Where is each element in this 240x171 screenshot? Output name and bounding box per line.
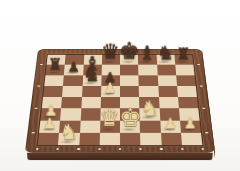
sensor-dot (38, 86, 41, 87)
square-g6 (157, 76, 177, 87)
scene: ♛♚♝♞♜♜♟♝♞♟♟♟♞♟♛♚♟♟♞ (0, 0, 240, 171)
sensor-dot (139, 149, 142, 151)
white-king-e2: ♚ (116, 105, 143, 130)
white-pawn-d5: ♟ (97, 81, 123, 95)
square-f1 (140, 133, 161, 146)
square-g7 (157, 65, 176, 75)
sensor-dot (77, 149, 80, 151)
board-frame-right (202, 50, 215, 158)
board-frame-front (27, 153, 213, 161)
sensor-dot (160, 149, 163, 151)
square-e1 (120, 133, 141, 146)
sensor-dot (203, 108, 206, 109)
black-rook-h8: ♜ (172, 47, 197, 63)
square-f7 (138, 65, 157, 75)
white-knight-b1: ♞ (55, 122, 83, 143)
sensor-dot (181, 149, 184, 151)
square-a6 (44, 76, 64, 87)
square-h5 (177, 86, 197, 97)
square-f6 (139, 76, 158, 87)
sensor-dot (32, 132, 35, 134)
square-d1 (99, 133, 120, 146)
sensor-dot (36, 149, 39, 151)
square-a5 (43, 86, 63, 97)
product-photo-chessboard: ♛♚♝♞♜♜♟♝♞♟♟♟♞♟♛♚♟♟♞ (0, 0, 240, 171)
sensor-dot (200, 86, 203, 87)
sensor-dot (201, 149, 204, 151)
square-g5 (158, 86, 178, 97)
square-h6 (176, 76, 196, 87)
sensor-dot (205, 132, 208, 134)
sensor-dot (57, 149, 60, 151)
sensor-dot (197, 65, 199, 66)
square-h1 (181, 133, 203, 146)
square-b5 (62, 86, 82, 97)
square-h4 (178, 97, 199, 108)
sensor-dot (98, 149, 101, 151)
white-pawn-h2: ♟ (177, 116, 204, 131)
square-h7 (175, 65, 195, 75)
square-g1 (160, 133, 181, 146)
chess-board: ♛♚♝♞♜♜♟♝♞♟♟♟♞♟♛♚♟♟♞ (25, 49, 215, 153)
sensor-dot (119, 149, 122, 151)
